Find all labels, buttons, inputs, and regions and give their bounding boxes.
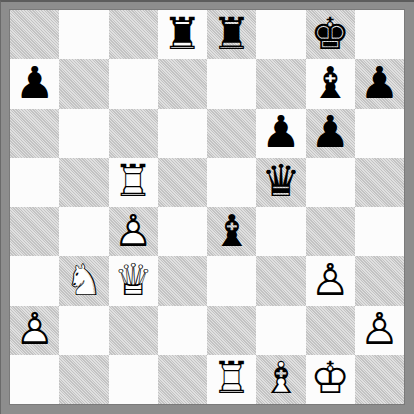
square-e8[interactable]: ♜ xyxy=(207,10,256,59)
white-knight-outline: ♘ xyxy=(59,256,108,305)
square-f8[interactable] xyxy=(256,10,305,59)
square-h3[interactable] xyxy=(355,256,404,305)
black-pawn-piece: ♟ xyxy=(10,59,59,108)
white-pawn-outline: ♙ xyxy=(109,207,158,256)
square-d4[interactable] xyxy=(158,207,207,256)
square-b1[interactable] xyxy=(59,355,108,404)
white-rook-outline: ♖ xyxy=(109,158,158,207)
square-f3[interactable] xyxy=(256,256,305,305)
black-pawn-glyph: ♟ xyxy=(10,59,59,108)
square-a2[interactable]: ♟♙ xyxy=(10,306,59,355)
black-rook-piece: ♜ xyxy=(207,10,256,59)
black-bishop-glyph: ♝ xyxy=(207,207,256,256)
black-bishop-piece: ♝ xyxy=(306,59,355,108)
white-king-outline: ♔ xyxy=(306,355,355,404)
square-h2[interactable]: ♟♙ xyxy=(355,306,404,355)
square-f6[interactable]: ♟ xyxy=(256,109,305,158)
square-e6[interactable] xyxy=(207,109,256,158)
square-d7[interactable] xyxy=(158,59,207,108)
square-g5[interactable] xyxy=(306,158,355,207)
square-a3[interactable] xyxy=(10,256,59,305)
square-b8[interactable] xyxy=(59,10,108,59)
square-a6[interactable] xyxy=(10,109,59,158)
black-rook-glyph: ♜ xyxy=(158,10,207,59)
square-b5[interactable] xyxy=(59,158,108,207)
square-a8[interactable] xyxy=(10,10,59,59)
black-king-piece: ♚ xyxy=(306,10,355,59)
white-rook-piece: ♜♖ xyxy=(109,158,158,207)
black-bishop-piece: ♝ xyxy=(207,207,256,256)
white-king-piece: ♚♔ xyxy=(306,355,355,404)
square-f1[interactable]: ♝♗ xyxy=(256,355,305,404)
square-g6[interactable]: ♟ xyxy=(306,109,355,158)
white-pawn-outline: ♙ xyxy=(355,306,404,355)
square-c5[interactable]: ♜♖ xyxy=(109,158,158,207)
square-e4[interactable]: ♝ xyxy=(207,207,256,256)
square-g7[interactable]: ♝ xyxy=(306,59,355,108)
square-d3[interactable] xyxy=(158,256,207,305)
square-c2[interactable] xyxy=(109,306,158,355)
square-f5[interactable]: ♛ xyxy=(256,158,305,207)
black-queen-glyph: ♛ xyxy=(256,158,305,207)
black-queen-piece: ♛ xyxy=(256,158,305,207)
white-pawn-outline: ♙ xyxy=(10,306,59,355)
square-b6[interactable] xyxy=(59,109,108,158)
square-f7[interactable] xyxy=(256,59,305,108)
black-pawn-glyph: ♟ xyxy=(306,109,355,158)
chess-board-frame: ♜♜♚♟♝♟♟♟♜♖♛♟♙♝♞♘♛♕♟♙♟♙♟♙♜♖♝♗♚♔ xyxy=(0,0,414,414)
square-g1[interactable]: ♚♔ xyxy=(306,355,355,404)
square-d1[interactable] xyxy=(158,355,207,404)
square-a4[interactable] xyxy=(10,207,59,256)
square-a1[interactable] xyxy=(10,355,59,404)
square-d6[interactable] xyxy=(158,109,207,158)
square-b7[interactable] xyxy=(59,59,108,108)
black-pawn-glyph: ♟ xyxy=(256,109,305,158)
white-pawn-outline: ♙ xyxy=(306,256,355,305)
white-pawn-piece: ♟♙ xyxy=(10,306,59,355)
square-e5[interactable] xyxy=(207,158,256,207)
square-e2[interactable] xyxy=(207,306,256,355)
square-c1[interactable] xyxy=(109,355,158,404)
square-h5[interactable] xyxy=(355,158,404,207)
square-g2[interactable] xyxy=(306,306,355,355)
square-a7[interactable]: ♟ xyxy=(10,59,59,108)
square-c8[interactable] xyxy=(109,10,158,59)
square-e7[interactable] xyxy=(207,59,256,108)
square-f4[interactable] xyxy=(256,207,305,256)
square-a5[interactable] xyxy=(10,158,59,207)
white-knight-piece: ♞♘ xyxy=(59,256,108,305)
white-pawn-piece: ♟♙ xyxy=(355,306,404,355)
square-g8[interactable]: ♚ xyxy=(306,10,355,59)
square-c4[interactable]: ♟♙ xyxy=(109,207,158,256)
square-b3[interactable]: ♞♘ xyxy=(59,256,108,305)
square-b4[interactable] xyxy=(59,207,108,256)
black-pawn-glyph: ♟ xyxy=(355,59,404,108)
chess-board: ♜♜♚♟♝♟♟♟♜♖♛♟♙♝♞♘♛♕♟♙♟♙♟♙♜♖♝♗♚♔ xyxy=(9,9,405,405)
black-rook-glyph: ♜ xyxy=(207,10,256,59)
white-pawn-piece: ♟♙ xyxy=(109,207,158,256)
black-pawn-piece: ♟ xyxy=(306,109,355,158)
black-bishop-glyph: ♝ xyxy=(306,59,355,108)
white-bishop-outline: ♗ xyxy=(256,355,305,404)
square-b2[interactable] xyxy=(59,306,108,355)
white-queen-outline: ♕ xyxy=(109,256,158,305)
white-pawn-piece: ♟♙ xyxy=(306,256,355,305)
square-d2[interactable] xyxy=(158,306,207,355)
white-bishop-piece: ♝♗ xyxy=(256,355,305,404)
black-rook-piece: ♜ xyxy=(158,10,207,59)
square-c3[interactable]: ♛♕ xyxy=(109,256,158,305)
square-g4[interactable] xyxy=(306,207,355,256)
square-e3[interactable] xyxy=(207,256,256,305)
white-rook-outline: ♖ xyxy=(207,355,256,404)
black-pawn-piece: ♟ xyxy=(355,59,404,108)
square-g3[interactable]: ♟♙ xyxy=(306,256,355,305)
square-h6[interactable] xyxy=(355,109,404,158)
square-h7[interactable]: ♟ xyxy=(355,59,404,108)
black-pawn-piece: ♟ xyxy=(256,109,305,158)
white-queen-piece: ♛♕ xyxy=(109,256,158,305)
square-e1[interactable]: ♜♖ xyxy=(207,355,256,404)
black-king-glyph: ♚ xyxy=(306,10,355,59)
square-h8[interactable] xyxy=(355,10,404,59)
square-c7[interactable] xyxy=(109,59,158,108)
square-h1[interactable] xyxy=(355,355,404,404)
square-c6[interactable] xyxy=(109,109,158,158)
white-rook-piece: ♜♖ xyxy=(207,355,256,404)
square-d8[interactable]: ♜ xyxy=(158,10,207,59)
square-f2[interactable] xyxy=(256,306,305,355)
square-h4[interactable] xyxy=(355,207,404,256)
square-d5[interactable] xyxy=(158,158,207,207)
